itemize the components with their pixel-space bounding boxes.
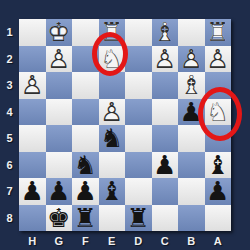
rank-label-2: 2 xyxy=(0,46,19,73)
white-bishop-c1: ♝♗ xyxy=(152,19,179,46)
square-a5[interactable] xyxy=(205,125,232,152)
square-h4[interactable] xyxy=(19,99,46,126)
piece-glyph: ♚ xyxy=(46,205,73,232)
square-a4[interactable]: ♞♘ xyxy=(205,99,232,126)
square-d1[interactable] xyxy=(125,19,152,46)
square-b6[interactable] xyxy=(178,152,205,179)
square-c8[interactable] xyxy=(152,205,179,232)
square-h2[interactable] xyxy=(19,46,46,73)
square-h5[interactable] xyxy=(19,125,46,152)
square-f4[interactable] xyxy=(72,99,99,126)
square-b8[interactable] xyxy=(178,205,205,232)
square-d8[interactable]: ♜ xyxy=(125,205,152,232)
piece-outline: ♙ xyxy=(46,46,73,73)
piece-glyph: ♜ xyxy=(72,205,99,232)
piece-fill: ♞ xyxy=(205,99,232,126)
file-label-b: B xyxy=(178,232,205,250)
file-label-d: D xyxy=(125,232,152,250)
square-b2[interactable]: ♟♙ xyxy=(178,46,205,73)
square-d4[interactable] xyxy=(125,99,152,126)
square-f7[interactable]: ♟ xyxy=(72,178,99,205)
square-e6[interactable] xyxy=(99,152,126,179)
piece-fill: ♞ xyxy=(99,46,126,73)
square-d3[interactable] xyxy=(125,72,152,99)
square-e5[interactable]: ♞ xyxy=(99,125,126,152)
black-rook-f8: ♜ xyxy=(72,205,99,232)
black-pawn-c6: ♟ xyxy=(152,152,179,179)
white-bishop-b3: ♝♗ xyxy=(178,72,205,99)
piece-outline: ♗ xyxy=(178,72,205,99)
piece-outline: ♘ xyxy=(205,99,232,126)
piece-fill: ♜ xyxy=(99,19,126,46)
square-e8[interactable] xyxy=(99,205,126,232)
square-f8[interactable]: ♜ xyxy=(72,205,99,232)
square-d2[interactable] xyxy=(125,46,152,73)
square-c2[interactable]: ♟♙ xyxy=(152,46,179,73)
square-d7[interactable] xyxy=(125,178,152,205)
square-c6[interactable]: ♟ xyxy=(152,152,179,179)
square-g2[interactable]: ♟♙ xyxy=(46,46,73,73)
white-knight-a4: ♞♘ xyxy=(205,99,232,126)
white-rook-e1: ♜♖ xyxy=(99,19,126,46)
square-g6[interactable] xyxy=(46,152,73,179)
rank-label-1: 1 xyxy=(0,19,19,46)
black-pawn-g7: ♟ xyxy=(46,178,73,205)
square-f1[interactable] xyxy=(72,19,99,46)
square-a3[interactable] xyxy=(205,72,232,99)
square-c3[interactable] xyxy=(152,72,179,99)
piece-glyph: ♟ xyxy=(152,152,179,179)
piece-outline: ♙ xyxy=(152,46,179,73)
piece-glyph: ♞ xyxy=(72,152,99,179)
piece-fill: ♟ xyxy=(152,46,179,73)
piece-fill: ♜ xyxy=(205,19,232,46)
piece-glyph: ♝ xyxy=(205,152,232,179)
rank-label-6: 6 xyxy=(0,152,19,179)
black-bishop-e7: ♝ xyxy=(99,178,126,205)
file-label-e: E xyxy=(99,232,126,250)
file-label-h: H xyxy=(19,232,46,250)
piece-glyph: ♟ xyxy=(72,178,99,205)
file-label-c: C xyxy=(152,232,179,250)
file-labels: HGFEDCBA xyxy=(19,232,231,250)
piece-glyph: ♟ xyxy=(205,178,232,205)
square-b3[interactable]: ♝♗ xyxy=(178,72,205,99)
black-pawn-h7: ♟ xyxy=(19,178,46,205)
black-knight-f6: ♞ xyxy=(72,152,99,179)
piece-glyph: ♜ xyxy=(125,205,152,232)
square-f6[interactable]: ♞ xyxy=(72,152,99,179)
square-g8[interactable]: ♚ xyxy=(46,205,73,232)
square-a2[interactable]: ♟♙ xyxy=(205,46,232,73)
square-g4[interactable] xyxy=(46,99,73,126)
piece-fill: ♟ xyxy=(46,46,73,73)
square-e3[interactable] xyxy=(99,72,126,99)
file-label-f: F xyxy=(72,232,99,250)
black-pawn-f7: ♟ xyxy=(72,178,99,205)
rank-label-8: 8 xyxy=(0,205,19,232)
piece-glyph: ♟ xyxy=(46,178,73,205)
piece-outline: ♙ xyxy=(205,46,232,73)
square-f5[interactable] xyxy=(72,125,99,152)
square-h3[interactable]: ♟♙ xyxy=(19,72,46,99)
piece-outline: ♘ xyxy=(99,46,126,73)
piece-glyph: ♟ xyxy=(178,99,205,126)
square-b7[interactable] xyxy=(178,178,205,205)
white-pawn-e4: ♟♙ xyxy=(99,99,126,126)
piece-fill: ♟ xyxy=(99,99,126,126)
square-d6[interactable] xyxy=(125,152,152,179)
square-g3[interactable] xyxy=(46,72,73,99)
piece-glyph: ♟ xyxy=(19,178,46,205)
piece-fill: ♝ xyxy=(178,72,205,99)
square-h7[interactable]: ♟ xyxy=(19,178,46,205)
white-pawn-b2: ♟♙ xyxy=(178,46,205,73)
square-e2[interactable]: ♞♘ xyxy=(99,46,126,73)
square-h1[interactable] xyxy=(19,19,46,46)
square-b1[interactable] xyxy=(178,19,205,46)
square-e1[interactable]: ♜♖ xyxy=(99,19,126,46)
square-g7[interactable]: ♟ xyxy=(46,178,73,205)
piece-glyph: ♞ xyxy=(99,125,126,152)
black-pawn-b4: ♟ xyxy=(178,99,205,126)
piece-glyph: ♝ xyxy=(99,178,126,205)
piece-outline: ♖ xyxy=(205,19,232,46)
square-h8[interactable] xyxy=(19,205,46,232)
black-rook-d8: ♜ xyxy=(125,205,152,232)
white-knight-e2: ♞♘ xyxy=(99,46,126,73)
square-b5[interactable] xyxy=(178,125,205,152)
square-e7[interactable]: ♝ xyxy=(99,178,126,205)
square-c1[interactable]: ♝♗ xyxy=(152,19,179,46)
square-d5[interactable] xyxy=(125,125,152,152)
black-king-g8: ♚ xyxy=(46,205,73,232)
square-c7[interactable] xyxy=(152,178,179,205)
piece-fill: ♟ xyxy=(178,46,205,73)
square-c4[interactable] xyxy=(152,99,179,126)
piece-outline: ♖ xyxy=(99,19,126,46)
white-rook-a1: ♜♖ xyxy=(205,19,232,46)
piece-outline: ♙ xyxy=(99,99,126,126)
square-f2[interactable] xyxy=(72,46,99,73)
white-pawn-c2: ♟♙ xyxy=(152,46,179,73)
square-h6[interactable] xyxy=(19,152,46,179)
piece-fill: ♟ xyxy=(19,72,46,99)
chess-board: ♚♔♜♖♝♗♜♖♟♙♞♘♟♙♟♙♟♙♟♙♝♗♟♙♟♞♘♞♞♟♝♟♟♟♝♟♚♜♜ xyxy=(19,19,231,231)
piece-outline: ♗ xyxy=(152,19,179,46)
square-a8[interactable] xyxy=(205,205,232,232)
square-a1[interactable]: ♜♖ xyxy=(205,19,232,46)
piece-fill: ♚ xyxy=(46,19,73,46)
rank-label-7: 7 xyxy=(0,178,19,205)
file-label-g: G xyxy=(46,232,73,250)
square-c5[interactable] xyxy=(152,125,179,152)
black-pawn-a7: ♟ xyxy=(205,178,232,205)
rank-label-4: 4 xyxy=(0,99,19,126)
file-label-a: A xyxy=(205,232,232,250)
square-g5[interactable] xyxy=(46,125,73,152)
black-knight-e5: ♞ xyxy=(99,125,126,152)
piece-outline: ♙ xyxy=(19,72,46,99)
white-pawn-h3: ♟♙ xyxy=(19,72,46,99)
chess-diagram: 12345678 HGFEDCBA ♚♔♜♖♝♗♜♖♟♙♞♘♟♙♟♙♟♙♟♙♝♗… xyxy=(0,0,250,250)
white-pawn-a2: ♟♙ xyxy=(205,46,232,73)
square-f3[interactable] xyxy=(72,72,99,99)
rank-label-5: 5 xyxy=(0,125,19,152)
square-e4[interactable]: ♟♙ xyxy=(99,99,126,126)
piece-fill: ♝ xyxy=(152,19,179,46)
white-king-g1: ♚♔ xyxy=(46,19,73,46)
rank-label-3: 3 xyxy=(0,72,19,99)
square-a7[interactable]: ♟ xyxy=(205,178,232,205)
piece-outline: ♔ xyxy=(46,19,73,46)
white-pawn-g2: ♟♙ xyxy=(46,46,73,73)
square-b4[interactable]: ♟ xyxy=(178,99,205,126)
square-a6[interactable]: ♝ xyxy=(205,152,232,179)
rank-labels: 12345678 xyxy=(0,19,19,231)
piece-fill: ♟ xyxy=(205,46,232,73)
square-g1[interactable]: ♚♔ xyxy=(46,19,73,46)
piece-outline: ♙ xyxy=(178,46,205,73)
black-bishop-a6: ♝ xyxy=(205,152,232,179)
